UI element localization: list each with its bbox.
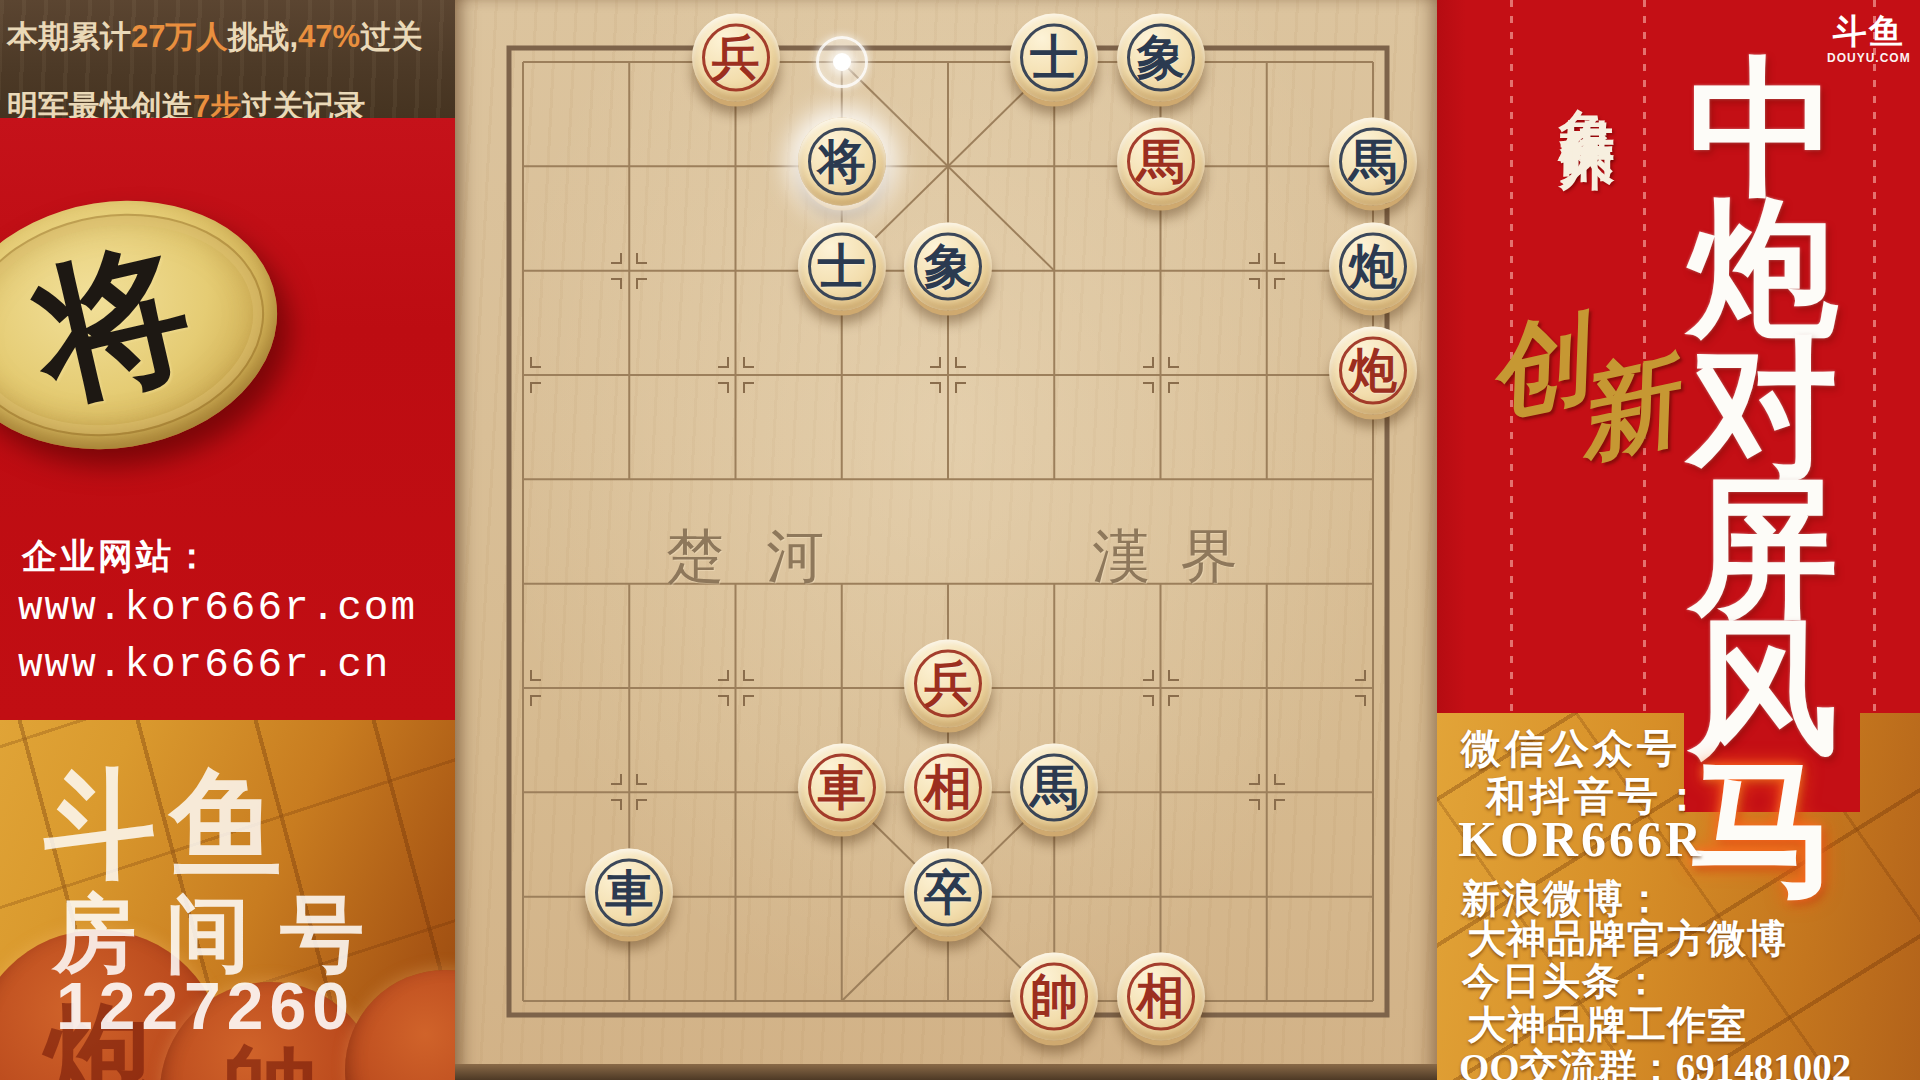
piece-black-f9r3[interactable]: 炮: [1329, 222, 1417, 310]
title-char: 对: [1688, 338, 1838, 478]
point-marker: [1249, 774, 1285, 810]
piece-black-f6r8[interactable]: 馬: [1010, 744, 1098, 832]
piece-char: 車: [605, 868, 653, 916]
decor-general-char: 将: [22, 234, 204, 416]
title-char: 炮: [1688, 198, 1838, 338]
piece-char: 将: [818, 138, 866, 186]
piece-black-f4r3[interactable]: 士: [798, 222, 886, 310]
piece-char: 炮: [1349, 242, 1397, 290]
left-red-panel: 将 企业网站： www.kor666r.com www.kor666r.cn: [0, 118, 455, 720]
text-segment: 7步: [193, 89, 241, 118]
site-url-cn: www.kor666r.cn: [18, 642, 390, 688]
record-line: 明军最快创造7步过关记录: [7, 86, 365, 118]
piece-red-f6r10[interactable]: 帥: [1010, 953, 1098, 1041]
master-vertical-title: 象棋大师: [1549, 64, 1625, 104]
banner-seam: [1873, 0, 1876, 713]
piece-black-f4r2[interactable]: 将: [798, 118, 886, 206]
piece-red-f5r8[interactable]: 相: [904, 744, 992, 832]
piece-char: 相: [1137, 973, 1185, 1021]
point-marker: [505, 670, 541, 706]
piece-char: 馬: [1349, 138, 1397, 186]
title-char: 马: [1688, 758, 1838, 898]
text-segment: 47%: [298, 19, 360, 54]
point-marker: [1355, 670, 1391, 706]
text-segment: 27万人: [131, 19, 227, 54]
piece-red-f7r10[interactable]: 相: [1117, 953, 1205, 1041]
piece-char: 馬: [1137, 138, 1185, 186]
site-label: 企业网站：: [22, 533, 212, 580]
site-url-com: www.kor666r.com: [18, 585, 417, 631]
piece-char: 相: [924, 764, 972, 812]
point-marker: [718, 670, 754, 706]
piece-red-f9r4[interactable]: 炮: [1329, 327, 1417, 415]
piece-red-f4r8[interactable]: 車: [798, 744, 886, 832]
point-marker: [505, 357, 541, 393]
piece-char: 象: [924, 242, 972, 290]
piece-red-f7r2[interactable]: 馬: [1117, 118, 1205, 206]
point-marker: [1143, 357, 1179, 393]
right-gold-panel: [1437, 713, 1920, 1080]
piece-red-f5r7[interactable]: 兵: [904, 640, 992, 728]
river-text-right: 漢 界: [1092, 518, 1247, 596]
text-segment: 过关记录: [241, 89, 365, 118]
piece-char: 卒: [924, 868, 972, 916]
douyu-logo-cn: 斗鱼: [1827, 14, 1911, 48]
douyu-logo-domain: DOUYU.COM: [1827, 52, 1911, 64]
piece-char: 馬: [1030, 764, 1078, 812]
piece-char: 士: [818, 242, 866, 290]
piece-black-f7r1[interactable]: 象: [1117, 14, 1205, 102]
piece-char: 兵: [924, 660, 972, 708]
river-text-left: 楚 河: [666, 518, 839, 596]
challenge-stat-line: 本期累计27万人挑战,47%过关: [7, 16, 422, 58]
right-banner: 斗鱼 DOUYU.COM 象棋大师 创新 中炮对屏风马 微信公众号 和抖音号： …: [1437, 0, 1920, 1080]
point-marker: [718, 357, 754, 393]
point-marker: [930, 357, 966, 393]
left-banner: 本期累计27万人挑战,47%过关 明军最快创造7步过关记录 将 企业网站： ww…: [0, 0, 455, 1080]
piece-black-f6r1[interactable]: 士: [1010, 14, 1098, 102]
text-segment: 明军最快创造: [7, 89, 193, 118]
stream-screen: 本期累计27万人挑战,47%过关 明军最快创造7步过关记录 将 企业网站： ww…: [0, 0, 1920, 1080]
board-bottom-edge: [455, 1064, 1437, 1080]
piece-char: 炮: [1349, 347, 1397, 395]
point-marker: [611, 253, 647, 289]
piece-black-f5r9[interactable]: 卒: [904, 848, 992, 936]
title-char: 屏: [1688, 478, 1838, 618]
text-segment: 过关: [360, 19, 422, 54]
point-marker: [1249, 253, 1285, 289]
point-marker: [611, 774, 647, 810]
piece-red-f3r1[interactable]: 兵: [692, 14, 780, 102]
piece-char: 象: [1137, 34, 1185, 82]
piece-black-f9r2[interactable]: 馬: [1329, 118, 1417, 206]
title-char: 风: [1688, 618, 1838, 758]
decor-general-piece-photo: 将: [0, 178, 295, 473]
piece-char: 兵: [712, 34, 760, 82]
piece-black-f5r3[interactable]: 象: [904, 222, 992, 310]
piece-black-f2r9[interactable]: 車: [585, 848, 673, 936]
text-segment: 挑战,: [227, 19, 298, 54]
show-title-vertical: 中炮对屏风马: [1687, 58, 1839, 898]
last-move-origin-marker: [816, 36, 868, 88]
point-marker: [1143, 670, 1179, 706]
piece-char: 士: [1030, 34, 1078, 82]
piece-char: 帥: [1030, 973, 1078, 1021]
calligraphy-char: 新: [1567, 351, 1686, 470]
title-char: 中: [1688, 58, 1838, 198]
text-segment: 本期累计: [7, 19, 131, 54]
room-number-value: 1227260: [56, 968, 355, 1044]
challenge-stats-strip: 本期累计27万人挑战,47%过关 明军最快创造7步过关记录: [0, 0, 455, 118]
room-banner: 炮 帥 斗鱼 房间号 1227260: [0, 720, 455, 1080]
douyu-logo: 斗鱼 DOUYU.COM: [1827, 14, 1911, 64]
piece-char: 車: [818, 764, 866, 812]
